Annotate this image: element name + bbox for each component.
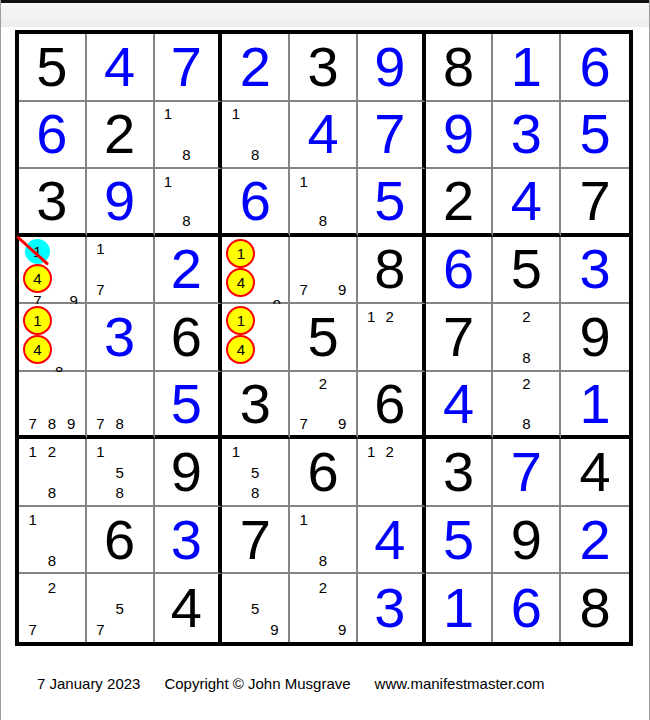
- footer-copyright: Copyright © John Musgrave: [164, 675, 350, 692]
- page-header-bar: [1, 0, 649, 27]
- pencil-mark: 9: [338, 416, 346, 431]
- pencil-mark: 8: [319, 553, 327, 568]
- cell-r7c4[interactable]: 158: [222, 439, 290, 507]
- solved-digit: 9: [358, 34, 422, 100]
- cell-r7c7[interactable]: 3: [426, 439, 494, 507]
- solved-digit: 9: [426, 102, 492, 168]
- given-digit: 7: [222, 507, 288, 573]
- cell-r4c7[interactable]: 6: [426, 237, 494, 305]
- pencil-mark: 1: [300, 174, 308, 189]
- solved-digit: 7: [155, 34, 219, 100]
- candidate-grid: 18: [222, 102, 288, 168]
- footer-date: 7 January 2023: [37, 675, 140, 692]
- given-digit: 5: [19, 34, 85, 100]
- cell-r6c6[interactable]: 6: [358, 372, 426, 440]
- pencil-mark: 9: [338, 622, 346, 637]
- solved-digit: 6: [19, 102, 85, 168]
- candidate-grid: 1479: [19, 237, 85, 303]
- cell-r8c3[interactable]: 3: [155, 507, 223, 575]
- candidate-grid: 27: [19, 574, 85, 642]
- solved-digit: 4: [87, 34, 153, 100]
- given-digit: 6: [358, 372, 422, 436]
- candidate-grid: 158: [87, 439, 153, 505]
- candidate-grid: 29: [290, 574, 356, 642]
- cell-r3c5[interactable]: 18: [290, 169, 358, 237]
- candidate-slot-7: 7: [91, 280, 110, 301]
- candidate-slot-1: 1: [226, 104, 245, 125]
- pencil-mark: 1: [28, 444, 36, 459]
- candidate-slot-1: 1: [226, 306, 255, 335]
- candidate-grid: 12: [358, 439, 422, 505]
- candidate-slot-8: 8: [313, 550, 332, 571]
- candidate-slot-1: 1: [226, 441, 245, 462]
- cell-r8c2[interactable]: 6: [87, 507, 155, 575]
- cell-r6c8[interactable]: 28: [493, 372, 561, 440]
- given-digit: 7: [561, 169, 629, 233]
- cell-r3c1[interactable]: 3: [19, 169, 87, 237]
- pencil-mark: 8: [319, 213, 327, 228]
- pencil-mark: 7: [28, 622, 36, 637]
- cell-r2c4[interactable]: 18: [222, 102, 290, 170]
- cell-r2c2[interactable]: 2: [87, 102, 155, 170]
- footer: 7 January 2023 Copyright © John Musgrave…: [37, 675, 545, 692]
- cell-r8c8[interactable]: 9: [493, 507, 561, 575]
- candidate-slot-4: 4: [226, 335, 255, 364]
- pencil-mark: 7: [300, 282, 308, 297]
- cell-r7c3[interactable]: 9: [155, 439, 223, 507]
- cell-r2c7[interactable]: 9: [426, 102, 494, 170]
- candidate-slot-7: 7: [91, 413, 110, 433]
- pencil-mark: 2: [48, 444, 56, 459]
- cell-r4c6[interactable]: 8: [358, 237, 426, 305]
- candidate-slot-8: 8: [517, 347, 536, 368]
- candidate-slot-7: 7: [91, 619, 110, 640]
- cell-r7c5[interactable]: 6: [290, 439, 358, 507]
- cell-r5c1[interactable]: 148: [19, 304, 87, 372]
- cell-r6c7[interactable]: 4: [426, 372, 494, 440]
- solved-digit: 6: [561, 34, 629, 100]
- pencil-mark: 2: [386, 309, 394, 324]
- candidate-slot-8: 8: [42, 413, 61, 433]
- pencil-mark: 7: [28, 416, 36, 431]
- solved-digit: 1: [493, 34, 559, 100]
- candidate-grid: 158: [222, 439, 288, 505]
- candidate-slot-7: 7: [23, 619, 42, 640]
- pencil-mark: 1: [164, 174, 172, 189]
- candidate-slot-5: 5: [246, 462, 265, 483]
- cell-r9c7[interactable]: 1: [426, 574, 494, 642]
- solved-digit: 5: [358, 169, 422, 233]
- candidate-slot-2: 2: [517, 306, 536, 327]
- cell-r2c5[interactable]: 4: [290, 102, 358, 170]
- pencil-mark: 1: [232, 444, 240, 459]
- given-digit: 8: [426, 34, 492, 100]
- cell-r7c8[interactable]: 7: [493, 439, 561, 507]
- candidate-slot-8: 8: [42, 482, 61, 503]
- pencil-mark: 8: [182, 213, 190, 228]
- candidate-grid: 18: [155, 169, 219, 233]
- cell-r2c8[interactable]: 3: [493, 102, 561, 170]
- cell-r1c8[interactable]: 1: [493, 34, 561, 102]
- candidate-slot-7: 7: [294, 413, 313, 433]
- pencil-mark: 1: [367, 444, 375, 459]
- cell-r1c9[interactable]: 6: [561, 34, 629, 102]
- solved-digit: 2: [561, 507, 629, 573]
- cell-r1c1[interactable]: 5: [19, 34, 87, 102]
- candidate-grid: 78: [87, 372, 153, 436]
- cell-r3c3[interactable]: 18: [155, 169, 223, 237]
- given-digit: 6: [87, 507, 153, 573]
- candidate-slot-5: 5: [110, 462, 129, 483]
- candidate-grid: 18: [155, 102, 219, 168]
- cell-r1c4[interactable]: 2: [222, 34, 290, 102]
- candidate-grid: 148: [19, 304, 85, 370]
- candidate-slot-8: 8: [177, 211, 196, 231]
- pencil-mark: 5: [251, 465, 259, 480]
- pencil-mark: 8: [522, 350, 530, 365]
- given-digit: 5: [493, 237, 559, 303]
- cell-r8c7[interactable]: 5: [426, 507, 494, 575]
- cell-r7c1[interactable]: 128: [19, 439, 87, 507]
- cell-r2c1[interactable]: 6: [19, 102, 87, 170]
- pencil-mark: 8: [115, 485, 123, 500]
- cell-r3c8[interactable]: 4: [493, 169, 561, 237]
- pencil-mark: 2: [48, 580, 56, 595]
- pencil-mark: 7: [96, 282, 104, 297]
- candidate-highlight-yellow: 4: [226, 335, 255, 364]
- cell-r9c6[interactable]: 3: [358, 574, 426, 642]
- candidate-highlight-yellow: 1: [226, 306, 255, 335]
- solved-digit: 4: [290, 102, 356, 168]
- given-digit: 4: [561, 439, 629, 505]
- cell-r6c2[interactable]: 78: [87, 372, 155, 440]
- candidate-slot-8: 8: [517, 413, 536, 433]
- pencil-mark: 1: [96, 241, 104, 256]
- pencil-mark: 2: [319, 580, 327, 595]
- candidate-grid: 28: [493, 304, 559, 370]
- pencil-mark: 2: [522, 309, 530, 324]
- candidate-slot-2: 2: [313, 576, 332, 597]
- candidate-grid: 18: [290, 507, 356, 573]
- cell-r2c6[interactable]: 7: [358, 102, 426, 170]
- cell-r1c3[interactable]: 7: [155, 34, 223, 102]
- candidate-grid: 18: [19, 507, 85, 573]
- red-strike-line-icon: [16, 235, 49, 265]
- pencil-mark: 5: [251, 601, 259, 616]
- candidate-slot-8: 8: [313, 211, 332, 231]
- pencil-mark: 8: [182, 147, 190, 162]
- candidate-slot-1: 1: [362, 441, 381, 462]
- cell-r3c9[interactable]: 7: [561, 169, 629, 237]
- given-digit: 3: [19, 169, 85, 233]
- candidate-slot-9: 9: [62, 413, 81, 433]
- cell-r6c9[interactable]: 1: [561, 372, 629, 440]
- given-digit: 9: [493, 507, 559, 573]
- given-digit: 8: [358, 237, 422, 303]
- cell-r8c9[interactable]: 2: [561, 507, 629, 575]
- solved-digit: 4: [426, 372, 492, 436]
- pencil-mark: 8: [48, 485, 56, 500]
- cell-r6c5[interactable]: 279: [290, 372, 358, 440]
- given-digit: 3: [222, 372, 288, 436]
- candidate-slot-8: 8: [110, 482, 129, 503]
- candidate-slot-4: 4: [226, 268, 255, 297]
- pencil-mark: 8: [251, 485, 259, 500]
- cell-r8c5[interactable]: 18: [290, 507, 358, 575]
- cell-r3c7[interactable]: 2: [426, 169, 494, 237]
- candidate-highlight-yellow: 4: [226, 268, 255, 297]
- candidate-slot-9: 9: [333, 280, 352, 301]
- pencil-mark: 8: [48, 416, 56, 431]
- candidate-slot-2: 2: [42, 576, 61, 597]
- solved-digit: 7: [358, 102, 422, 168]
- cell-r9c1[interactable]: 27: [19, 574, 87, 642]
- solved-digit: 1: [561, 372, 629, 436]
- solved-digit: 4: [493, 169, 559, 233]
- pencil-mark: 1: [367, 309, 375, 324]
- solved-digit: 3: [493, 102, 559, 168]
- cell-r9c5[interactable]: 29: [290, 574, 358, 642]
- candidate-slot-1: 1: [23, 306, 52, 335]
- candidate-slot-1: 1: [294, 171, 313, 191]
- candidate-slot-2: 2: [313, 374, 332, 394]
- given-digit: 2: [87, 102, 153, 168]
- pencil-mark: 8: [48, 553, 56, 568]
- candidate-slot-2: 2: [380, 441, 399, 462]
- solved-digit: 2: [222, 34, 288, 100]
- cell-r3c6[interactable]: 5: [358, 169, 426, 237]
- candidate-slot-1: 1: [23, 239, 52, 264]
- candidate-highlight-yellow: 1: [226, 239, 255, 268]
- cell-r1c2[interactable]: 4: [87, 34, 155, 102]
- cell-r9c3[interactable]: 4: [155, 574, 223, 642]
- cell-r6c3[interactable]: 5: [155, 372, 223, 440]
- cell-r9c8[interactable]: 6: [493, 574, 561, 642]
- pencil-mark: 1: [300, 512, 308, 527]
- candidate-slot-8: 8: [177, 145, 196, 166]
- candidate-slot-4: 4: [23, 264, 52, 293]
- candidate-slot-5: 5: [110, 598, 129, 619]
- candidate-grid: 12: [358, 304, 422, 370]
- given-digit: 9: [155, 439, 219, 505]
- sudoku-page: 5472398166218184793539186185247147917214…: [0, 0, 650, 720]
- cell-r4c2[interactable]: 17: [87, 237, 155, 305]
- pencil-mark: 7: [96, 416, 104, 431]
- solved-digit: 6: [493, 574, 559, 642]
- cell-r8c1[interactable]: 18: [19, 507, 87, 575]
- candidate-slot-8: 8: [42, 550, 61, 571]
- cell-r8c4[interactable]: 7: [222, 507, 290, 575]
- given-digit: 2: [426, 169, 492, 233]
- pencil-mark: 9: [270, 622, 278, 637]
- cell-r1c7[interactable]: 8: [426, 34, 494, 102]
- candidate-slot-9: 9: [333, 413, 352, 433]
- candidate-slot-9: 9: [265, 619, 284, 640]
- candidate-slot-7: 7: [23, 413, 42, 433]
- cell-r6c4[interactable]: 3: [222, 372, 290, 440]
- pencil-mark: 8: [251, 147, 259, 162]
- solved-digit: 6: [222, 169, 288, 233]
- cell-r1c5[interactable]: 3: [290, 34, 358, 102]
- pencil-mark: 1: [164, 106, 172, 121]
- solved-digit: 2: [155, 237, 219, 303]
- cell-r5c7[interactable]: 7: [426, 304, 494, 372]
- cell-r7c2[interactable]: 158: [87, 439, 155, 507]
- candidate-slot-4: 4: [23, 335, 52, 364]
- candidate-grid: 57: [87, 574, 153, 642]
- cell-r5c2[interactable]: 3: [87, 304, 155, 372]
- candidate-grid: 279: [290, 372, 356, 436]
- candidate-grid: 14: [222, 304, 288, 370]
- solved-digit: 9: [87, 169, 153, 233]
- candidate-slot-1: 1: [23, 441, 42, 462]
- solved-digit: 4: [358, 507, 422, 573]
- footer-website[interactable]: www.manifestmaster.com: [375, 675, 545, 692]
- candidate-slot-1: 1: [91, 239, 110, 260]
- given-digit: 3: [426, 439, 492, 505]
- candidate-slot-2: 2: [380, 306, 399, 327]
- pencil-mark: 9: [338, 282, 346, 297]
- solved-digit: 3: [358, 574, 422, 642]
- cell-r5c8[interactable]: 28: [493, 304, 561, 372]
- cell-r4c8[interactable]: 5: [493, 237, 561, 305]
- solved-digit: 5: [426, 507, 492, 573]
- sudoku-board: 5472398166218184793539186185247147917214…: [15, 30, 633, 646]
- cell-r4c5[interactable]: 79: [290, 237, 358, 305]
- cell-r3c2[interactable]: 9: [87, 169, 155, 237]
- candidate-slot-9: 9: [333, 619, 352, 640]
- candidate-grid: 28: [493, 372, 559, 436]
- candidate-slot-1: 1: [226, 239, 255, 268]
- candidate-slot-8: 8: [246, 145, 265, 166]
- candidate-grid: 18: [290, 169, 356, 233]
- cell-r3c4[interactable]: 6: [222, 169, 290, 237]
- candidate-highlight-yellow: 1: [23, 306, 52, 335]
- cell-r8c6[interactable]: 4: [358, 507, 426, 575]
- solved-digit: 3: [155, 507, 219, 573]
- candidate-highlight-yellow: 4: [23, 335, 52, 364]
- given-digit: 9: [561, 304, 629, 370]
- candidate-grid: 79: [290, 237, 356, 303]
- pencil-mark: 7: [300, 416, 308, 431]
- given-digit: 5: [290, 304, 356, 370]
- solved-digit: 1: [426, 574, 492, 642]
- candidate-slot-1: 1: [362, 306, 381, 327]
- candidate-slot-1: 1: [23, 509, 42, 530]
- cell-r7c6[interactable]: 12: [358, 439, 426, 507]
- candidate-slot-1: 1: [91, 441, 110, 462]
- pencil-mark: 1: [28, 512, 36, 527]
- pencil-mark: 7: [96, 622, 104, 637]
- cell-r2c3[interactable]: 18: [155, 102, 223, 170]
- candidate-eliminated-cyan: 1: [25, 239, 50, 264]
- candidate-slot-2: 2: [42, 441, 61, 462]
- pencil-mark: 5: [115, 465, 123, 480]
- candidate-slot-5: 5: [246, 598, 265, 619]
- cell-r5c3[interactable]: 6: [155, 304, 223, 372]
- pencil-mark: 1: [96, 444, 104, 459]
- given-digit: 6: [155, 304, 219, 370]
- cell-r9c2[interactable]: 57: [87, 574, 155, 642]
- pencil-mark: 2: [522, 376, 530, 391]
- candidate-grid: 149: [222, 237, 288, 303]
- given-digit: 3: [290, 34, 356, 100]
- cell-r1c6[interactable]: 9: [358, 34, 426, 102]
- pencil-mark: 8: [522, 416, 530, 431]
- candidate-slot-8: 8: [110, 413, 129, 433]
- cell-r4c1[interactable]: 1479: [19, 237, 87, 305]
- solved-digit: 3: [87, 304, 153, 370]
- cell-r9c9[interactable]: 8: [561, 574, 629, 642]
- cell-r4c4[interactable]: 149: [222, 237, 290, 305]
- cell-r5c4[interactable]: 14: [222, 304, 290, 372]
- candidate-grid: 59: [222, 574, 288, 642]
- cell-r6c1[interactable]: 789: [19, 372, 87, 440]
- pencil-mark: 5: [115, 601, 123, 616]
- candidate-slot-7: 7: [294, 280, 313, 301]
- pencil-mark: 1: [232, 106, 240, 121]
- candidate-slot-1: 1: [159, 104, 178, 125]
- candidate-slot-1: 1: [294, 509, 313, 530]
- given-digit: 8: [561, 574, 629, 642]
- given-digit: 7: [426, 304, 492, 370]
- candidate-highlight-yellow: 4: [23, 264, 52, 293]
- candidate-grid: 17: [87, 237, 153, 303]
- candidate-slot-2: 2: [517, 374, 536, 394]
- pencil-mark: 2: [386, 444, 394, 459]
- solved-digit: 7: [493, 439, 559, 505]
- solved-digit: 6: [426, 237, 492, 303]
- solved-digit: 5: [155, 372, 219, 436]
- solved-digit: 5: [561, 102, 629, 168]
- cell-r5c6[interactable]: 12: [358, 304, 426, 372]
- candidate-slot-8: 8: [246, 482, 265, 503]
- cell-r2c9[interactable]: 5: [561, 102, 629, 170]
- pencil-mark: 2: [319, 376, 327, 391]
- solved-digit: 3: [561, 237, 629, 303]
- pencil-mark: 8: [115, 416, 123, 431]
- candidate-grid: 789: [19, 372, 85, 436]
- pencil-mark: 9: [67, 416, 75, 431]
- cell-r9c4[interactable]: 59: [222, 574, 290, 642]
- candidate-grid: 128: [19, 439, 85, 505]
- cell-r5c9[interactable]: 9: [561, 304, 629, 372]
- cell-r4c3[interactable]: 2: [155, 237, 223, 305]
- cell-r4c9[interactable]: 3: [561, 237, 629, 305]
- cell-r7c9[interactable]: 4: [561, 439, 629, 507]
- given-digit: 4: [155, 574, 219, 642]
- candidate-slot-1: 1: [159, 171, 178, 191]
- given-digit: 6: [290, 439, 356, 505]
- cell-r5c5[interactable]: 5: [290, 304, 358, 372]
